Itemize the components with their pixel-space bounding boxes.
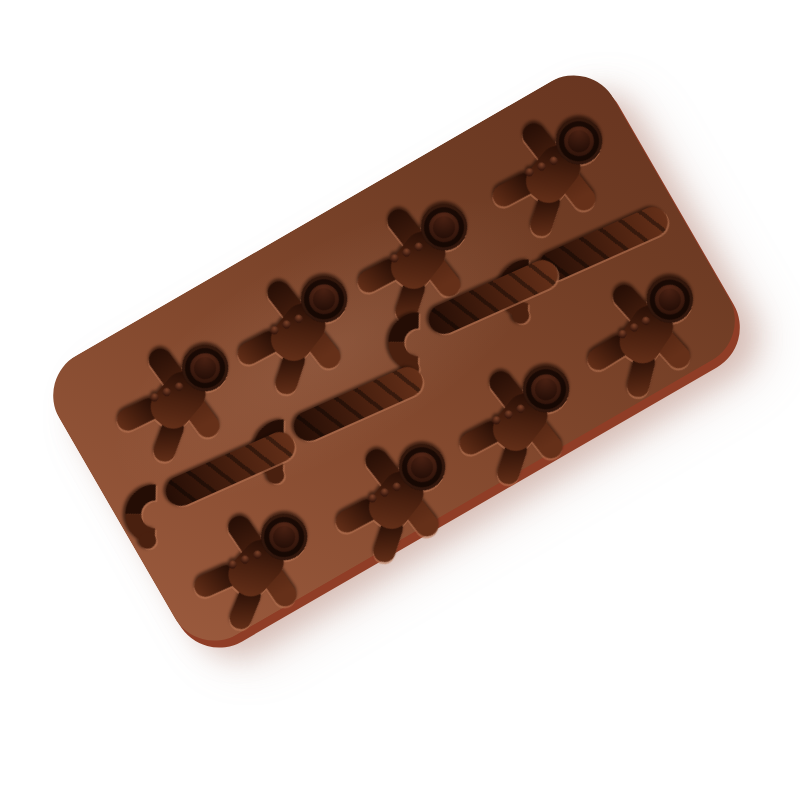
product-photo-scene xyxy=(0,0,800,800)
